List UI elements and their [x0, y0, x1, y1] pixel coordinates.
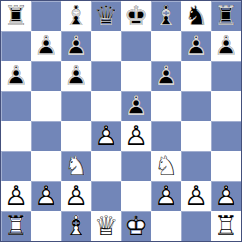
square-b6[interactable] — [31, 61, 61, 91]
square-e6[interactable] — [121, 61, 151, 91]
square-d5[interactable] — [91, 91, 121, 121]
square-h8[interactable]: ♜♖ — [211, 1, 241, 31]
square-b4[interactable] — [31, 121, 61, 151]
square-g5[interactable] — [181, 91, 211, 121]
square-h3[interactable] — [211, 151, 241, 181]
piece-glyph-fill: ♟ — [1, 61, 31, 91]
piece-white-knight[interactable]: ♞♘ — [151, 151, 181, 181]
square-f6[interactable]: ♟♙ — [151, 61, 181, 91]
piece-glyph-fill: ♜ — [1, 211, 31, 241]
square-b5[interactable] — [31, 91, 61, 121]
square-c3[interactable]: ♞♘ — [61, 151, 91, 181]
piece-glyph-outline: ♙ — [121, 91, 151, 121]
square-f4[interactable] — [151, 121, 181, 151]
square-d8[interactable]: ♛♕ — [91, 1, 121, 31]
square-e8[interactable]: ♚♔ — [121, 1, 151, 31]
piece-glyph-outline: ♔ — [121, 211, 151, 241]
piece-glyph-fill: ♞ — [151, 151, 181, 181]
square-a6[interactable]: ♟♙ — [1, 61, 31, 91]
piece-glyph-fill: ♝ — [151, 1, 181, 31]
piece-glyph-fill: ♟ — [61, 61, 91, 91]
piece-black-pawn[interactable]: ♟♙ — [151, 61, 181, 91]
piece-glyph-fill: ♟ — [91, 121, 121, 151]
piece-black-rook[interactable]: ♜♖ — [1, 1, 31, 31]
square-h6[interactable] — [211, 61, 241, 91]
square-b8[interactable] — [31, 1, 61, 31]
piece-white-pawn[interactable]: ♟♙ — [181, 181, 211, 211]
square-b3[interactable] — [31, 151, 61, 181]
square-d4[interactable]: ♟♙ — [91, 121, 121, 151]
piece-white-pawn[interactable]: ♟♙ — [91, 121, 121, 151]
square-h7[interactable]: ♟♙ — [211, 31, 241, 61]
piece-black-pawn[interactable]: ♟♙ — [121, 91, 151, 121]
piece-white-knight[interactable]: ♞♘ — [61, 151, 91, 181]
square-e7[interactable] — [121, 31, 151, 61]
piece-black-pawn[interactable]: ♟♙ — [1, 61, 31, 91]
square-f1[interactable] — [151, 211, 181, 241]
square-h4[interactable] — [211, 121, 241, 151]
piece-glyph-fill: ♟ — [61, 181, 91, 211]
square-g4[interactable] — [181, 121, 211, 151]
piece-glyph-fill: ♛ — [91, 1, 121, 31]
piece-glyph-outline: ♙ — [181, 31, 211, 61]
piece-glyph-fill: ♚ — [121, 211, 151, 241]
square-g7[interactable]: ♟♙ — [181, 31, 211, 61]
piece-glyph-fill: ♟ — [121, 121, 151, 151]
piece-white-pawn[interactable]: ♟♙ — [151, 181, 181, 211]
piece-glyph-outline: ♙ — [151, 61, 181, 91]
piece-glyph-outline: ♗ — [61, 1, 91, 31]
piece-white-bishop[interactable]: ♝♗ — [61, 211, 91, 241]
piece-white-rook[interactable]: ♜♖ — [211, 211, 241, 241]
piece-glyph-outline: ♙ — [61, 181, 91, 211]
piece-glyph-outline: ♙ — [61, 31, 91, 61]
piece-white-king[interactable]: ♚♔ — [121, 211, 151, 241]
square-g1[interactable] — [181, 211, 211, 241]
square-a4[interactable] — [1, 121, 31, 151]
piece-black-pawn[interactable]: ♟♙ — [31, 31, 61, 61]
piece-black-pawn[interactable]: ♟♙ — [181, 31, 211, 61]
square-b2[interactable]: ♟♙ — [31, 181, 61, 211]
square-a3[interactable] — [1, 151, 31, 181]
square-a7[interactable] — [1, 31, 31, 61]
piece-glyph-outline: ♖ — [211, 1, 241, 31]
piece-glyph-fill: ♞ — [61, 151, 91, 181]
square-f3[interactable]: ♞♘ — [151, 151, 181, 181]
piece-glyph-outline: ♗ — [61, 211, 91, 241]
square-e4[interactable]: ♟♙ — [121, 121, 151, 151]
piece-black-knight[interactable]: ♞♘ — [181, 1, 211, 31]
square-d1[interactable]: ♛♕ — [91, 211, 121, 241]
piece-glyph-fill: ♟ — [61, 31, 91, 61]
piece-black-pawn[interactable]: ♟♙ — [61, 31, 91, 61]
piece-white-queen[interactable]: ♛♕ — [91, 211, 121, 241]
square-b7[interactable]: ♟♙ — [31, 31, 61, 61]
piece-glyph-outline: ♖ — [1, 211, 31, 241]
piece-glyph-fill: ♟ — [211, 31, 241, 61]
square-b1[interactable] — [31, 211, 61, 241]
piece-glyph-fill: ♟ — [121, 91, 151, 121]
square-e5[interactable]: ♟♙ — [121, 91, 151, 121]
square-c7[interactable]: ♟♙ — [61, 31, 91, 61]
piece-glyph-outline: ♙ — [31, 181, 61, 211]
piece-glyph-outline: ♙ — [61, 61, 91, 91]
square-d2[interactable] — [91, 181, 121, 211]
piece-glyph-outline: ♙ — [31, 31, 61, 61]
square-c8[interactable]: ♝♗ — [61, 1, 91, 31]
piece-white-pawn[interactable]: ♟♙ — [31, 181, 61, 211]
square-c2[interactable]: ♟♙ — [61, 181, 91, 211]
square-f2[interactable]: ♟♙ — [151, 181, 181, 211]
piece-black-queen[interactable]: ♛♕ — [91, 1, 121, 31]
square-c6[interactable]: ♟♙ — [61, 61, 91, 91]
piece-glyph-outline: ♘ — [181, 1, 211, 31]
square-f7[interactable] — [151, 31, 181, 61]
piece-glyph-fill: ♞ — [181, 1, 211, 31]
square-g8[interactable]: ♞♘ — [181, 1, 211, 31]
piece-glyph-outline: ♙ — [211, 31, 241, 61]
square-a5[interactable] — [1, 91, 31, 121]
piece-black-rook[interactable]: ♜♖ — [211, 1, 241, 31]
piece-glyph-outline: ♙ — [91, 121, 121, 151]
piece-glyph-outline: ♙ — [211, 181, 241, 211]
square-f8[interactable]: ♝♗ — [151, 1, 181, 31]
square-e1[interactable]: ♚♔ — [121, 211, 151, 241]
piece-glyph-fill: ♜ — [1, 1, 31, 31]
piece-white-pawn[interactable]: ♟♙ — [211, 181, 241, 211]
piece-glyph-fill: ♚ — [121, 1, 151, 31]
piece-glyph-outline: ♙ — [151, 181, 181, 211]
piece-glyph-fill: ♝ — [61, 211, 91, 241]
piece-white-pawn[interactable]: ♟♙ — [61, 181, 91, 211]
piece-glyph-fill: ♟ — [181, 181, 211, 211]
square-g6[interactable] — [181, 61, 211, 91]
piece-black-pawn[interactable]: ♟♙ — [211, 31, 241, 61]
piece-glyph-fill: ♟ — [181, 31, 211, 61]
piece-glyph-outline: ♙ — [1, 181, 31, 211]
piece-glyph-fill: ♟ — [151, 181, 181, 211]
square-c1[interactable]: ♝♗ — [61, 211, 91, 241]
square-d3[interactable] — [91, 151, 121, 181]
piece-black-bishop[interactable]: ♝♗ — [61, 1, 91, 31]
square-g2[interactable]: ♟♙ — [181, 181, 211, 211]
piece-glyph-fill: ♛ — [91, 211, 121, 241]
square-c4[interactable] — [61, 121, 91, 151]
square-e3[interactable] — [121, 151, 151, 181]
piece-glyph-outline: ♖ — [211, 211, 241, 241]
piece-glyph-fill: ♜ — [211, 211, 241, 241]
square-e2[interactable] — [121, 181, 151, 211]
square-f5[interactable] — [151, 91, 181, 121]
piece-black-bishop[interactable]: ♝♗ — [151, 1, 181, 31]
piece-glyph-outline: ♔ — [121, 1, 151, 31]
piece-glyph-outline: ♙ — [181, 181, 211, 211]
piece-glyph-outline: ♕ — [91, 211, 121, 241]
piece-glyph-outline: ♙ — [121, 121, 151, 151]
square-d7[interactable] — [91, 31, 121, 61]
piece-glyph-outline: ♙ — [1, 61, 31, 91]
piece-glyph-fill: ♟ — [31, 181, 61, 211]
piece-white-pawn[interactable]: ♟♙ — [1, 181, 31, 211]
piece-glyph-fill: ♟ — [1, 181, 31, 211]
piece-glyph-outline: ♘ — [61, 151, 91, 181]
square-g3[interactable] — [181, 151, 211, 181]
piece-white-rook[interactable]: ♜♖ — [1, 211, 31, 241]
piece-white-pawn[interactable]: ♟♙ — [121, 121, 151, 151]
square-h1[interactable]: ♜♖ — [211, 211, 241, 241]
piece-glyph-outline: ♕ — [91, 1, 121, 31]
square-a1[interactable]: ♜♖ — [1, 211, 31, 241]
square-d6[interactable] — [91, 61, 121, 91]
square-a2[interactable]: ♟♙ — [1, 181, 31, 211]
piece-glyph-fill: ♟ — [151, 61, 181, 91]
square-h5[interactable] — [211, 91, 241, 121]
chess-board-container: ♜♖♝♗♛♕♚♔♝♗♞♘♜♖♟♙♟♙♟♙♟♙♟♙♟♙♟♙♟♙♟♙♟♙♞♘♞♘♟♙… — [0, 0, 242, 242]
square-h2[interactable]: ♟♙ — [211, 181, 241, 211]
piece-glyph-fill: ♝ — [61, 1, 91, 31]
piece-black-pawn[interactable]: ♟♙ — [61, 61, 91, 91]
piece-glyph-outline: ♗ — [151, 1, 181, 31]
piece-glyph-fill: ♜ — [211, 1, 241, 31]
piece-glyph-outline: ♖ — [1, 1, 31, 31]
square-c5[interactable] — [61, 91, 91, 121]
piece-glyph-fill: ♟ — [31, 31, 61, 61]
piece-black-king[interactable]: ♚♔ — [121, 1, 151, 31]
chess-board: ♜♖♝♗♛♕♚♔♝♗♞♘♜♖♟♙♟♙♟♙♟♙♟♙♟♙♟♙♟♙♟♙♟♙♞♘♞♘♟♙… — [0, 0, 242, 242]
piece-glyph-fill: ♟ — [211, 181, 241, 211]
piece-glyph-outline: ♘ — [151, 151, 181, 181]
square-a8[interactable]: ♜♖ — [1, 1, 31, 31]
